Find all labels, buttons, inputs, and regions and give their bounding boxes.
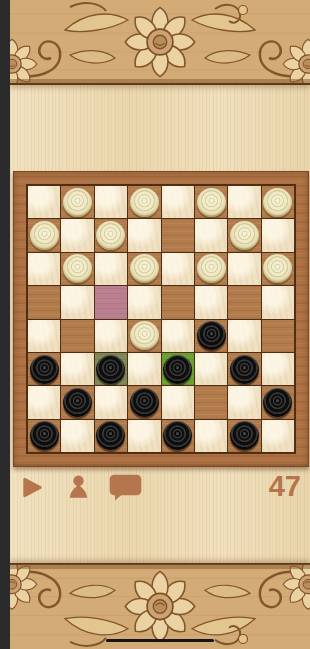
square-r1c8[interactable]: [262, 186, 294, 218]
square-r7c7[interactable]: [228, 386, 260, 418]
square-r2c8[interactable]: [262, 219, 294, 251]
black-checker-piece[interactable]: [96, 355, 125, 384]
player-icon[interactable]: [65, 474, 92, 501]
square-r6c5[interactable]: [162, 353, 194, 385]
white-checker-piece[interactable]: [63, 254, 92, 283]
square-r2c2[interactable]: [61, 219, 93, 251]
square-r4c2[interactable]: [61, 286, 93, 318]
black-checker-piece[interactable]: [197, 321, 226, 350]
square-r6c7[interactable]: [228, 353, 260, 385]
square-r5c8[interactable]: [262, 320, 294, 352]
square-r3c1[interactable]: [28, 253, 60, 285]
floral-carving-icon: [10, 563, 310, 649]
square-r6c4[interactable]: [128, 353, 160, 385]
square-r5c1[interactable]: [28, 320, 60, 352]
black-checker-piece[interactable]: [130, 388, 159, 417]
square-r6c2[interactable]: [61, 353, 93, 385]
square-r2c4[interactable]: [128, 219, 160, 251]
home-indicator[interactable]: [106, 639, 214, 642]
square-r7c5[interactable]: [162, 386, 194, 418]
black-checker-piece[interactable]: [263, 388, 292, 417]
white-checker-piece[interactable]: [230, 221, 259, 250]
square-r4c6[interactable]: [195, 286, 227, 318]
square-r2c7[interactable]: [228, 219, 260, 251]
square-r2c6[interactable]: [195, 219, 227, 251]
black-checker-piece[interactable]: [163, 421, 192, 450]
carved-border-top: [10, 0, 310, 85]
white-checker-piece[interactable]: [96, 221, 125, 250]
square-r3c3[interactable]: [95, 253, 127, 285]
square-r8c7[interactable]: [228, 420, 260, 452]
white-checker-piece[interactable]: [263, 254, 292, 283]
white-checker-piece[interactable]: [197, 254, 226, 283]
square-r6c3[interactable]: [95, 353, 127, 385]
white-checker-piece[interactable]: [30, 221, 59, 250]
square-r7c2[interactable]: [61, 386, 93, 418]
square-r4c1[interactable]: [28, 286, 60, 318]
square-r3c6[interactable]: [195, 253, 227, 285]
square-r1c6[interactable]: [195, 186, 227, 218]
black-checker-piece[interactable]: [96, 421, 125, 450]
square-r5c3[interactable]: [95, 320, 127, 352]
square-r7c3[interactable]: [95, 386, 127, 418]
square-r5c2[interactable]: [61, 320, 93, 352]
black-checker-piece[interactable]: [30, 421, 59, 450]
white-checker-piece[interactable]: [130, 321, 159, 350]
black-checker-piece[interactable]: [30, 355, 59, 384]
square-r7c4[interactable]: [128, 386, 160, 418]
square-r5c5[interactable]: [162, 320, 194, 352]
square-r2c3[interactable]: [95, 219, 127, 251]
square-r1c7[interactable]: [228, 186, 260, 218]
square-r8c3[interactable]: [95, 420, 127, 452]
white-checker-piece[interactable]: [263, 188, 292, 217]
square-r6c1[interactable]: [28, 353, 60, 385]
black-checker-piece[interactable]: [230, 355, 259, 384]
bottom-toolbar: 47: [10, 468, 310, 504]
square-r1c2[interactable]: [61, 186, 93, 218]
square-r1c5[interactable]: [162, 186, 194, 218]
carved-border-bottom: [10, 563, 310, 649]
square-r7c8[interactable]: [262, 386, 294, 418]
square-r3c5[interactable]: [162, 253, 194, 285]
white-checker-piece[interactable]: [130, 188, 159, 217]
square-r4c4[interactable]: [128, 286, 160, 318]
square-r3c4[interactable]: [128, 253, 160, 285]
square-r2c5[interactable]: [162, 219, 194, 251]
floral-carving-icon: [10, 0, 310, 85]
square-r8c8[interactable]: [262, 420, 294, 452]
black-checker-piece[interactable]: [163, 355, 192, 384]
square-r4c8[interactable]: [262, 286, 294, 318]
square-r3c2[interactable]: [61, 253, 93, 285]
square-r8c2[interactable]: [61, 420, 93, 452]
black-checker-piece[interactable]: [63, 388, 92, 417]
square-r6c8[interactable]: [262, 353, 294, 385]
square-r8c1[interactable]: [28, 420, 60, 452]
square-r5c4[interactable]: [128, 320, 160, 352]
square-r8c5[interactable]: [162, 420, 194, 452]
board-grid: [26, 184, 296, 454]
square-r7c6[interactable]: [195, 386, 227, 418]
black-checker-piece[interactable]: [230, 421, 259, 450]
white-checker-piece[interactable]: [130, 254, 159, 283]
square-r2c1[interactable]: [28, 219, 60, 251]
square-r4c5[interactable]: [162, 286, 194, 318]
square-r1c1[interactable]: [28, 186, 60, 218]
square-r3c8[interactable]: [262, 253, 294, 285]
square-r6c6[interactable]: [195, 353, 227, 385]
square-r4c3[interactable]: [95, 286, 127, 318]
play-icon[interactable]: [21, 476, 43, 499]
square-r8c6[interactable]: [195, 420, 227, 452]
square-r5c7[interactable]: [228, 320, 260, 352]
move-counter: 47: [269, 470, 301, 502]
app-screen: 47: [10, 0, 310, 649]
square-r7c1[interactable]: [28, 386, 60, 418]
checkers-board-frame: [13, 171, 309, 467]
square-r3c7[interactable]: [228, 253, 260, 285]
chat-icon[interactable]: [109, 474, 142, 501]
square-r1c3[interactable]: [95, 186, 127, 218]
square-r8c4[interactable]: [128, 420, 160, 452]
square-r1c4[interactable]: [128, 186, 160, 218]
white-checker-piece[interactable]: [197, 188, 226, 217]
square-r5c6[interactable]: [195, 320, 227, 352]
square-r4c7[interactable]: [228, 286, 260, 318]
white-checker-piece[interactable]: [63, 188, 92, 217]
